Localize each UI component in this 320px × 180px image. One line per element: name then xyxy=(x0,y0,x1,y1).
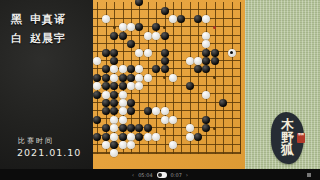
white-stone xyxy=(169,141,177,149)
black-stone xyxy=(135,133,143,141)
white-stone xyxy=(144,49,152,57)
white-stone xyxy=(161,107,169,115)
video-frame: 黑申真谞 白赵晨宇 比赛时间 2021.01.10 木 野 狐 围棋 ‹ 05:… xyxy=(0,0,320,180)
black-stone xyxy=(161,7,169,15)
white-stone xyxy=(102,141,110,149)
black-stone xyxy=(161,57,169,65)
remaining-time: 0:07 xyxy=(171,172,182,178)
next-icon[interactable]: › xyxy=(186,172,188,178)
black-stone xyxy=(119,82,127,90)
white-player-line: 白赵晨宇 xyxy=(11,31,66,46)
white-stone xyxy=(152,133,160,141)
black-stone xyxy=(102,74,110,82)
black-stone xyxy=(119,124,127,132)
black-stone xyxy=(186,82,194,90)
match-time-label: 比赛时间 xyxy=(18,136,54,146)
black-stone xyxy=(127,74,135,82)
star-point xyxy=(163,26,166,29)
black-stone xyxy=(93,133,101,141)
black-stone xyxy=(194,133,202,141)
white-stone xyxy=(169,116,177,124)
white-stone xyxy=(144,32,152,40)
player-bar: ‹ 05:04 0:07 › xyxy=(0,169,320,180)
white-stone xyxy=(194,57,202,65)
black-stone xyxy=(161,49,169,57)
play-toggle[interactable] xyxy=(157,172,167,178)
white-stone xyxy=(119,99,127,107)
black-stone xyxy=(119,133,127,141)
white-stone xyxy=(110,133,118,141)
white-stone xyxy=(119,107,127,115)
white-stone xyxy=(186,133,194,141)
white-stone xyxy=(110,74,118,82)
black-stone xyxy=(127,99,135,107)
black-stone xyxy=(102,49,110,57)
white-stone xyxy=(127,133,135,141)
match-date: 2021.01.10 xyxy=(17,147,81,158)
black-stone xyxy=(110,32,118,40)
black-stone xyxy=(211,57,219,65)
black-label: 黑 xyxy=(11,13,23,26)
white-stone xyxy=(119,65,127,73)
white-stone xyxy=(119,116,127,124)
white-stone xyxy=(135,49,143,57)
white-stone xyxy=(169,74,177,82)
black-player-line: 黑申真谞 xyxy=(11,12,66,27)
black-stone xyxy=(110,91,118,99)
white-stone xyxy=(144,133,152,141)
white-stone xyxy=(119,91,127,99)
prev-icon[interactable]: ‹ xyxy=(132,172,134,178)
white-stone xyxy=(102,91,110,99)
white-stone xyxy=(161,116,169,124)
fullscreen-icon[interactable] xyxy=(307,173,312,178)
muyehu-seal-logo: 木 野 狐 围棋 xyxy=(271,112,304,164)
star-point xyxy=(113,26,116,29)
white-stone xyxy=(127,141,135,149)
black-stone xyxy=(102,99,110,107)
white-stone xyxy=(110,149,118,157)
white-label: 白 xyxy=(11,32,23,45)
black-stone xyxy=(161,32,169,40)
white-stone xyxy=(152,32,160,40)
black-stone xyxy=(161,65,169,73)
match-info-panel: 黑申真谞 白赵晨宇 比赛时间 2021.01.10 xyxy=(0,0,93,169)
black-stone xyxy=(110,49,118,57)
white-stone xyxy=(186,124,194,132)
black-stone xyxy=(144,124,152,132)
star-point xyxy=(163,127,166,130)
black-stone xyxy=(211,49,219,57)
black-stone xyxy=(119,74,127,82)
go-board xyxy=(83,0,246,169)
red-stamp: 围棋 xyxy=(297,133,305,143)
black-stone xyxy=(119,32,127,40)
white-stone xyxy=(169,15,177,23)
white-stone xyxy=(102,15,110,23)
white-player-name: 赵晨宇 xyxy=(30,32,66,45)
black-stone xyxy=(102,133,110,141)
black-stone xyxy=(102,124,110,132)
black-stone xyxy=(102,82,110,90)
white-stone xyxy=(119,141,127,149)
mini-player-controls: ‹ 05:04 0:07 › xyxy=(132,172,188,178)
tatami-background: 木 野 狐 围棋 xyxy=(245,0,320,169)
black-player-name: 申真谞 xyxy=(30,13,66,26)
seal-char-3: 狐 xyxy=(281,144,294,157)
white-stone xyxy=(186,57,194,65)
white-stone xyxy=(110,116,118,124)
elapsed-time: 05:04 xyxy=(138,172,152,178)
white-stone xyxy=(144,74,152,82)
black-stone xyxy=(93,91,101,99)
